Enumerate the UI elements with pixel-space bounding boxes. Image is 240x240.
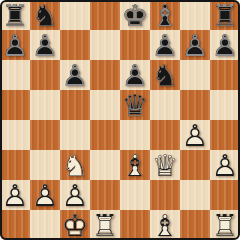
- square-g1[interactable]: [180, 210, 210, 240]
- pawn-outline-glyph: ♙: [30, 30, 60, 60]
- square-h5[interactable]: [210, 90, 240, 120]
- square-b4[interactable]: [30, 120, 60, 150]
- piece-black-pawn-e6[interactable]: ♟♙: [120, 60, 150, 90]
- square-g4[interactable]: ♟♙: [180, 120, 210, 150]
- bishop-outline-glyph: ♗: [150, 210, 180, 240]
- square-c7[interactable]: [60, 30, 90, 60]
- pawn-outline-glyph: ♙: [60, 180, 90, 210]
- piece-white-bishop-f1[interactable]: ♝♗: [150, 210, 180, 240]
- square-c2[interactable]: ♟♙: [60, 180, 90, 210]
- piece-white-pawn-b2[interactable]: ♟♙: [30, 180, 60, 210]
- pawn-outline-glyph: ♙: [120, 60, 150, 90]
- square-c6[interactable]: ♟♙: [60, 60, 90, 90]
- pawn-outline-glyph: ♙: [60, 60, 90, 90]
- square-g3[interactable]: [180, 150, 210, 180]
- piece-white-king-c1[interactable]: ♚♔: [60, 210, 90, 240]
- square-b1[interactable]: [30, 210, 60, 240]
- square-h2[interactable]: [210, 180, 240, 210]
- queen-outline-glyph: ♕: [150, 150, 180, 180]
- piece-black-bishop-f8[interactable]: ♝♗: [150, 0, 180, 30]
- square-f2[interactable]: [150, 180, 180, 210]
- piece-black-rook-h8[interactable]: ♜♖: [210, 0, 240, 30]
- piece-black-pawn-f7[interactable]: ♟♙: [150, 30, 180, 60]
- square-c3[interactable]: ♞♘: [60, 150, 90, 180]
- piece-black-knight-b8[interactable]: ♞♘: [30, 0, 60, 30]
- piece-black-king-e8[interactable]: ♚♔: [120, 0, 150, 30]
- piece-black-pawn-a7[interactable]: ♟♙: [0, 30, 30, 60]
- square-a1[interactable]: [0, 210, 30, 240]
- square-e1[interactable]: [120, 210, 150, 240]
- chess-board: ♜♖♞♘♚♔♝♗♜♖♟♙♟♙♟♙♟♙♟♙♟♙♟♙♞♘♛♕♟♙♞♘♝♗♛♕♟♙♟♙…: [0, 0, 240, 240]
- square-h7[interactable]: ♟♙: [210, 30, 240, 60]
- rook-outline-glyph: ♖: [210, 0, 240, 30]
- rook-outline-glyph: ♖: [210, 210, 240, 240]
- piece-white-rook-h1[interactable]: ♜♖: [210, 210, 240, 240]
- square-a4[interactable]: [0, 120, 30, 150]
- square-c5[interactable]: [60, 90, 90, 120]
- square-g6[interactable]: [180, 60, 210, 90]
- knight-outline-glyph: ♘: [30, 0, 60, 30]
- square-f3[interactable]: ♛♕: [150, 150, 180, 180]
- square-a3[interactable]: [0, 150, 30, 180]
- square-h1[interactable]: ♜♖: [210, 210, 240, 240]
- square-b3[interactable]: [30, 150, 60, 180]
- king-outline-glyph: ♔: [120, 0, 150, 30]
- square-e7[interactable]: [120, 30, 150, 60]
- square-f8[interactable]: ♝♗: [150, 0, 180, 30]
- pawn-outline-glyph: ♙: [210, 150, 240, 180]
- knight-outline-glyph: ♘: [60, 150, 90, 180]
- square-b5[interactable]: [30, 90, 60, 120]
- piece-white-rook-d1[interactable]: ♜♖: [90, 210, 120, 240]
- square-g5[interactable]: [180, 90, 210, 120]
- square-g8[interactable]: [180, 0, 210, 30]
- pawn-outline-glyph: ♙: [150, 30, 180, 60]
- square-a7[interactable]: ♟♙: [0, 30, 30, 60]
- square-e8[interactable]: ♚♔: [120, 0, 150, 30]
- square-e4[interactable]: [120, 120, 150, 150]
- piece-black-pawn-b7[interactable]: ♟♙: [30, 30, 60, 60]
- pawn-outline-glyph: ♙: [210, 30, 240, 60]
- piece-white-knight-c3[interactable]: ♞♘: [60, 150, 90, 180]
- square-h3[interactable]: ♟♙: [210, 150, 240, 180]
- pawn-outline-glyph: ♙: [180, 120, 210, 150]
- square-f4[interactable]: [150, 120, 180, 150]
- pawn-outline-glyph: ♙: [30, 180, 60, 210]
- square-g2[interactable]: [180, 180, 210, 210]
- rook-outline-glyph: ♖: [0, 0, 30, 30]
- square-a8[interactable]: ♜♖: [0, 0, 30, 30]
- square-b6[interactable]: [30, 60, 60, 90]
- piece-black-rook-a8[interactable]: ♜♖: [0, 0, 30, 30]
- square-d6[interactable]: [90, 60, 120, 90]
- square-c1[interactable]: ♚♔: [60, 210, 90, 240]
- square-d7[interactable]: [90, 30, 120, 60]
- square-d3[interactable]: [90, 150, 120, 180]
- pawn-outline-glyph: ♙: [0, 180, 30, 210]
- square-h4[interactable]: [210, 120, 240, 150]
- square-d4[interactable]: [90, 120, 120, 150]
- square-g7[interactable]: ♟♙: [180, 30, 210, 60]
- rook-outline-glyph: ♖: [90, 210, 120, 240]
- piece-white-pawn-a2[interactable]: ♟♙: [0, 180, 30, 210]
- piece-black-knight-f6[interactable]: ♞♘: [150, 60, 180, 90]
- square-b7[interactable]: ♟♙: [30, 30, 60, 60]
- square-e6[interactable]: ♟♙: [120, 60, 150, 90]
- square-f5[interactable]: [150, 90, 180, 120]
- piece-black-pawn-g7[interactable]: ♟♙: [180, 30, 210, 60]
- square-d1[interactable]: ♜♖: [90, 210, 120, 240]
- pawn-outline-glyph: ♙: [0, 30, 30, 60]
- square-f1[interactable]: ♝♗: [150, 210, 180, 240]
- queen-outline-glyph: ♕: [120, 90, 150, 120]
- square-b2[interactable]: ♟♙: [30, 180, 60, 210]
- piece-white-pawn-c2[interactable]: ♟♙: [60, 180, 90, 210]
- piece-white-pawn-g4[interactable]: ♟♙: [180, 120, 210, 150]
- square-a2[interactable]: ♟♙: [0, 180, 30, 210]
- square-d5[interactable]: [90, 90, 120, 120]
- square-f6[interactable]: ♞♘: [150, 60, 180, 90]
- pawn-outline-glyph: ♙: [180, 30, 210, 60]
- piece-black-queen-e5[interactable]: ♛♕: [120, 90, 150, 120]
- square-e3[interactable]: ♝♗: [120, 150, 150, 180]
- bishop-outline-glyph: ♗: [150, 0, 180, 30]
- square-f7[interactable]: ♟♙: [150, 30, 180, 60]
- square-h6[interactable]: [210, 60, 240, 90]
- piece-white-queen-f3[interactable]: ♛♕: [150, 150, 180, 180]
- square-b8[interactable]: ♞♘: [30, 0, 60, 30]
- square-c8[interactable]: [60, 0, 90, 30]
- piece-black-pawn-c6[interactable]: ♟♙: [60, 60, 90, 90]
- piece-black-pawn-h7[interactable]: ♟♙: [210, 30, 240, 60]
- bishop-outline-glyph: ♗: [120, 150, 150, 180]
- piece-white-bishop-e3[interactable]: ♝♗: [120, 150, 150, 180]
- square-d2[interactable]: [90, 180, 120, 210]
- square-c4[interactable]: [60, 120, 90, 150]
- piece-white-pawn-h3[interactable]: ♟♙: [210, 150, 240, 180]
- square-d8[interactable]: [90, 0, 120, 30]
- square-e2[interactable]: [120, 180, 150, 210]
- square-e5[interactable]: ♛♕: [120, 90, 150, 120]
- square-a5[interactable]: [0, 90, 30, 120]
- king-outline-glyph: ♔: [60, 210, 90, 240]
- square-h8[interactable]: ♜♖: [210, 0, 240, 30]
- chess-board-wrap: ♜♖♞♘♚♔♝♗♜♖♟♙♟♙♟♙♟♙♟♙♟♙♟♙♞♘♛♕♟♙♞♘♝♗♛♕♟♙♟♙…: [0, 0, 240, 240]
- square-a6[interactable]: [0, 60, 30, 90]
- knight-outline-glyph: ♘: [150, 60, 180, 90]
